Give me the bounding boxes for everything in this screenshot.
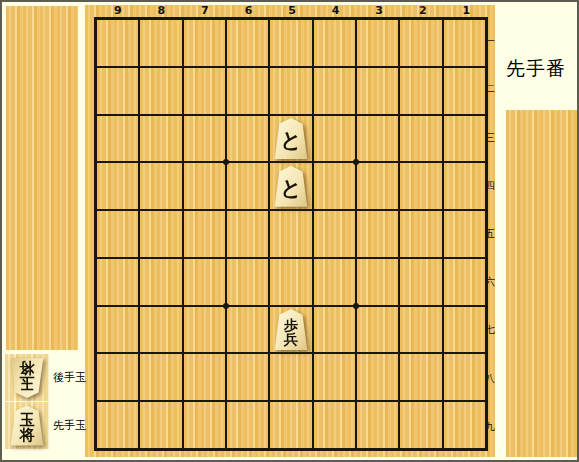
- board-square[interactable]: [97, 68, 138, 114]
- board-square[interactable]: [400, 116, 441, 162]
- board-square[interactable]: [400, 163, 441, 209]
- board-square[interactable]: [444, 307, 485, 353]
- board-square[interactable]: [314, 163, 355, 209]
- board-square[interactable]: [184, 211, 225, 257]
- board-square[interactable]: [400, 307, 441, 353]
- board-square[interactable]: [184, 354, 225, 400]
- board-square[interactable]: [97, 259, 138, 305]
- file-label: 6: [227, 5, 271, 16]
- shogi-piece[interactable]: と: [274, 166, 308, 207]
- shogi-piece[interactable]: と: [274, 118, 308, 159]
- sente-piece-stand: [506, 110, 577, 457]
- board-square[interactable]: [314, 259, 355, 305]
- board-square[interactable]: [184, 68, 225, 114]
- board-square[interactable]: [184, 116, 225, 162]
- rank-label: 五: [485, 210, 495, 258]
- board-square[interactable]: [357, 116, 398, 162]
- board-square[interactable]: [97, 20, 138, 66]
- rank-label: 八: [485, 355, 495, 403]
- board-square[interactable]: [140, 163, 181, 209]
- board-square[interactable]: [444, 68, 485, 114]
- board-square[interactable]: [97, 163, 138, 209]
- board-grid: とと歩兵: [94, 17, 488, 451]
- board-square[interactable]: [400, 211, 441, 257]
- legend-gote-king: 玉将 後手玉: [5, 354, 86, 401]
- rank-label: 四: [485, 162, 495, 210]
- board-square[interactable]: [270, 354, 311, 400]
- board-square[interactable]: [357, 259, 398, 305]
- board-square[interactable]: [227, 307, 268, 353]
- board-square[interactable]: [270, 68, 311, 114]
- board-square[interactable]: [357, 20, 398, 66]
- sente-king-tile: 玉将: [5, 402, 49, 449]
- board-square[interactable]: [314, 20, 355, 66]
- board-square[interactable]: と: [270, 116, 311, 162]
- board-square[interactable]: [184, 163, 225, 209]
- board-square[interactable]: [400, 20, 441, 66]
- board-square[interactable]: [140, 259, 181, 305]
- board-square[interactable]: [227, 163, 268, 209]
- rank-label: 九: [485, 403, 495, 451]
- board-square[interactable]: [140, 402, 181, 448]
- board-square[interactable]: [357, 211, 398, 257]
- board-square[interactable]: [357, 307, 398, 353]
- board-square[interactable]: [184, 307, 225, 353]
- board-square[interactable]: [227, 116, 268, 162]
- board-square[interactable]: [97, 307, 138, 353]
- file-label: 4: [314, 5, 358, 16]
- file-label: 5: [270, 5, 314, 16]
- board-square[interactable]: [357, 163, 398, 209]
- board-square[interactable]: [140, 20, 181, 66]
- board-square[interactable]: [227, 259, 268, 305]
- legend-sente-king: 玉将 先手玉: [5, 402, 86, 449]
- board-square[interactable]: [184, 259, 225, 305]
- file-label: 3: [357, 5, 401, 16]
- rank-label: 七: [485, 306, 495, 354]
- board-square[interactable]: [314, 402, 355, 448]
- board-square[interactable]: [140, 307, 181, 353]
- rank-label: 二: [485, 65, 495, 113]
- piece-kanji: 将: [20, 428, 35, 443]
- board-square[interactable]: [184, 402, 225, 448]
- board-square[interactable]: [140, 68, 181, 114]
- board-square[interactable]: [444, 20, 485, 66]
- file-label: 8: [140, 5, 184, 16]
- board-square[interactable]: [97, 354, 138, 400]
- file-label: 9: [96, 5, 140, 16]
- board-square[interactable]: [357, 402, 398, 448]
- board-square[interactable]: [314, 211, 355, 257]
- legend-sente-king-label: 先手玉: [53, 418, 86, 433]
- rank-label: 一: [485, 17, 495, 65]
- board-square[interactable]: [314, 116, 355, 162]
- shogi-diagram: 987654321 とと歩兵 一二三四五六七八九 先手番 玉将 後手玉 玉将 先…: [0, 0, 579, 462]
- gote-king-tile: 玉将: [5, 354, 49, 401]
- board-square[interactable]: [444, 354, 485, 400]
- board-square[interactable]: [184, 20, 225, 66]
- piece-kanji: と: [280, 130, 302, 151]
- board-square[interactable]: [227, 402, 268, 448]
- board-square[interactable]: [444, 116, 485, 162]
- board-square[interactable]: [314, 68, 355, 114]
- board-square[interactable]: [227, 354, 268, 400]
- board-square[interactable]: [270, 20, 311, 66]
- board-square[interactable]: [357, 68, 398, 114]
- rank-labels: 一二三四五六七八九: [485, 17, 495, 451]
- shogi-board: 987654321 とと歩兵 一二三四五六七八九: [85, 5, 495, 457]
- board-square[interactable]: [314, 307, 355, 353]
- file-label: 2: [401, 5, 445, 16]
- board-square[interactable]: と: [270, 163, 311, 209]
- board-square[interactable]: [97, 116, 138, 162]
- file-label: 1: [445, 5, 489, 16]
- gote-piece-stand: [6, 6, 78, 350]
- board-square[interactable]: [227, 68, 268, 114]
- board-square[interactable]: [357, 354, 398, 400]
- piece-kanji: 兵: [284, 332, 298, 346]
- board-square[interactable]: [444, 211, 485, 257]
- board-square[interactable]: [227, 211, 268, 257]
- board-square[interactable]: [97, 211, 138, 257]
- board-square[interactable]: [270, 211, 311, 257]
- file-label: 7: [183, 5, 227, 16]
- file-labels: 987654321: [96, 5, 488, 16]
- rank-label: 六: [485, 258, 495, 306]
- board-square[interactable]: [270, 259, 311, 305]
- board-square[interactable]: [444, 259, 485, 305]
- board-square[interactable]: [400, 259, 441, 305]
- board-square[interactable]: [140, 211, 181, 257]
- board-square[interactable]: 歩兵: [270, 307, 311, 353]
- board-square[interactable]: [314, 354, 355, 400]
- board-square[interactable]: [400, 68, 441, 114]
- board-square[interactable]: [270, 402, 311, 448]
- rank-label: 三: [485, 113, 495, 161]
- piece-kanji: 歩: [284, 318, 298, 332]
- legend-gote-king-label: 後手玉: [53, 370, 86, 385]
- board-square[interactable]: [444, 163, 485, 209]
- board-square[interactable]: [400, 402, 441, 448]
- piece-kanji: 玉: [20, 375, 35, 390]
- board-square[interactable]: [140, 116, 181, 162]
- board-square[interactable]: [227, 20, 268, 66]
- piece-kanji: と: [280, 178, 302, 199]
- board-square[interactable]: [97, 402, 138, 448]
- sente-king-piece: 玉将: [10, 406, 44, 446]
- turn-indicator: 先手番: [506, 56, 566, 82]
- board-square[interactable]: [400, 354, 441, 400]
- board-square[interactable]: [444, 402, 485, 448]
- piece-kanji: 将: [20, 360, 35, 375]
- board-square[interactable]: [140, 354, 181, 400]
- shogi-piece[interactable]: 歩兵: [274, 309, 308, 350]
- gote-king-piece: 玉将: [10, 358, 44, 398]
